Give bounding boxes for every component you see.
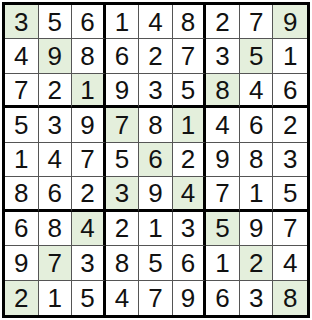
cell-r9c7[interactable]: 6 (206, 281, 240, 315)
cell-r2c2[interactable]: 9 (39, 39, 73, 73)
sudoku-board: 3561482794986273517219358465397814621475… (2, 2, 310, 318)
cell-r7c2[interactable]: 8 (39, 212, 73, 246)
cell-r2c4[interactable]: 6 (106, 39, 140, 73)
cell-r1c6[interactable]: 8 (173, 5, 207, 39)
cell-r9c5[interactable]: 7 (139, 281, 173, 315)
cell-r9c1[interactable]: 2 (5, 281, 39, 315)
cell-r2c7[interactable]: 3 (206, 39, 240, 73)
cell-r9c2[interactable]: 1 (39, 281, 73, 315)
cell-r5c5[interactable]: 6 (139, 143, 173, 177)
cell-r4c6[interactable]: 1 (173, 108, 207, 142)
cell-r6c5[interactable]: 9 (139, 177, 173, 211)
cell-r8c7[interactable]: 1 (206, 246, 240, 280)
cell-r4c2[interactable]: 3 (39, 108, 73, 142)
cell-r8c3[interactable]: 3 (72, 246, 106, 280)
cell-r4c3[interactable]: 9 (72, 108, 106, 142)
cell-r4c9[interactable]: 2 (273, 108, 307, 142)
cell-r5c3[interactable]: 7 (72, 143, 106, 177)
cell-r1c4[interactable]: 1 (106, 5, 140, 39)
cell-r2c9[interactable]: 1 (273, 39, 307, 73)
cell-r5c1[interactable]: 1 (5, 143, 39, 177)
cell-r7c3[interactable]: 4 (72, 212, 106, 246)
cell-r7c5[interactable]: 1 (139, 212, 173, 246)
cell-r4c8[interactable]: 6 (240, 108, 274, 142)
cell-r9c9[interactable]: 8 (273, 281, 307, 315)
cell-r6c1[interactable]: 8 (5, 177, 39, 211)
cell-r5c4[interactable]: 5 (106, 143, 140, 177)
cell-r9c4[interactable]: 4 (106, 281, 140, 315)
cell-r6c8[interactable]: 1 (240, 177, 274, 211)
cell-r1c9[interactable]: 9 (273, 5, 307, 39)
cell-r3c1[interactable]: 7 (5, 74, 39, 108)
cell-r8c9[interactable]: 4 (273, 246, 307, 280)
cell-r8c6[interactable]: 6 (173, 246, 207, 280)
cell-r2c6[interactable]: 7 (173, 39, 207, 73)
cell-r4c4[interactable]: 7 (106, 108, 140, 142)
cell-r1c2[interactable]: 5 (39, 5, 73, 39)
cell-r7c4[interactable]: 2 (106, 212, 140, 246)
cell-r6c2[interactable]: 6 (39, 177, 73, 211)
cell-r2c3[interactable]: 8 (72, 39, 106, 73)
cell-r4c5[interactable]: 8 (139, 108, 173, 142)
cell-r9c6[interactable]: 9 (173, 281, 207, 315)
cell-r6c3[interactable]: 2 (72, 177, 106, 211)
cell-r3c5[interactable]: 3 (139, 74, 173, 108)
cell-r8c4[interactable]: 8 (106, 246, 140, 280)
cell-r7c8[interactable]: 9 (240, 212, 274, 246)
cell-r7c6[interactable]: 3 (173, 212, 207, 246)
cell-r3c8[interactable]: 4 (240, 74, 274, 108)
cell-r8c5[interactable]: 5 (139, 246, 173, 280)
cell-r2c8[interactable]: 5 (240, 39, 274, 73)
cell-r6c6[interactable]: 4 (173, 177, 207, 211)
cell-r8c8[interactable]: 2 (240, 246, 274, 280)
cell-r5c7[interactable]: 9 (206, 143, 240, 177)
cell-r1c3[interactable]: 6 (72, 5, 106, 39)
cell-r1c5[interactable]: 4 (139, 5, 173, 39)
cell-r1c8[interactable]: 7 (240, 5, 274, 39)
cell-r5c8[interactable]: 8 (240, 143, 274, 177)
cell-r9c8[interactable]: 3 (240, 281, 274, 315)
cell-r7c9[interactable]: 7 (273, 212, 307, 246)
cell-r5c9[interactable]: 3 (273, 143, 307, 177)
cell-r4c1[interactable]: 5 (5, 108, 39, 142)
cell-r3c2[interactable]: 2 (39, 74, 73, 108)
cell-r2c5[interactable]: 2 (139, 39, 173, 73)
cell-r2c1[interactable]: 4 (5, 39, 39, 73)
cell-r7c7[interactable]: 5 (206, 212, 240, 246)
cell-r3c6[interactable]: 5 (173, 74, 207, 108)
cell-r6c7[interactable]: 7 (206, 177, 240, 211)
cell-r6c4[interactable]: 3 (106, 177, 140, 211)
cell-r3c7[interactable]: 8 (206, 74, 240, 108)
cell-r5c6[interactable]: 2 (173, 143, 207, 177)
cell-r1c7[interactable]: 2 (206, 5, 240, 39)
cell-r3c9[interactable]: 6 (273, 74, 307, 108)
cell-r4c7[interactable]: 4 (206, 108, 240, 142)
cell-r7c1[interactable]: 6 (5, 212, 39, 246)
cell-r3c4[interactable]: 9 (106, 74, 140, 108)
cell-r5c2[interactable]: 4 (39, 143, 73, 177)
cell-r1c1[interactable]: 3 (5, 5, 39, 39)
cell-r3c3[interactable]: 1 (72, 74, 106, 108)
cell-r6c9[interactable]: 5 (273, 177, 307, 211)
cell-r8c1[interactable]: 9 (5, 246, 39, 280)
cell-r8c2[interactable]: 7 (39, 246, 73, 280)
cell-r9c3[interactable]: 5 (72, 281, 106, 315)
